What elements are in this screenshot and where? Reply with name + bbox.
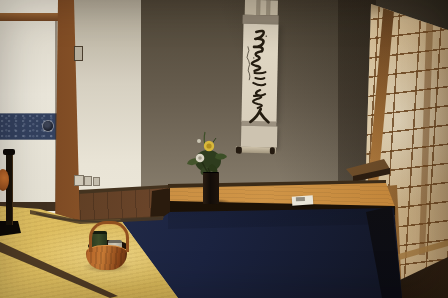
hanging-scroll xyxy=(233,0,282,154)
light-switch xyxy=(74,46,83,61)
kaishi-paper xyxy=(292,195,314,205)
wall-outlet xyxy=(93,177,100,186)
flower-vase xyxy=(203,172,219,204)
wall-outlet xyxy=(74,175,84,186)
stand-cap xyxy=(3,149,15,155)
tea-room-photo xyxy=(0,0,448,298)
paper-item xyxy=(296,197,305,201)
door-beam xyxy=(0,13,58,21)
basket-handle xyxy=(89,221,129,252)
calligraphy-strokes xyxy=(233,0,282,154)
wall-outlet xyxy=(84,176,92,186)
ceiling-strip xyxy=(0,0,58,14)
fusuma-handle xyxy=(43,121,53,131)
